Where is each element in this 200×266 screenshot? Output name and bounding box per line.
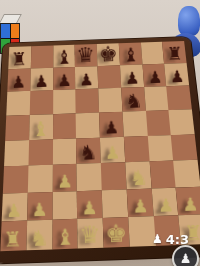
square-c3[interactable]: ♟	[52, 164, 77, 192]
board-perspective-wrap: ♜♝♛♚♝♜♟♟♟♟♟♟♟♞♝♟♞♟♟♞♟♟♟♟♟♟♜♞♝♛♚♜	[0, 0, 200, 266]
black-pawn-e5[interactable]: ♟	[99, 119, 123, 137]
square-h5[interactable]	[169, 109, 195, 135]
square-d1[interactable]: ♛	[77, 218, 103, 248]
black-bishop-c8[interactable]: ♝	[52, 47, 75, 67]
square-d5[interactable]	[76, 113, 100, 139]
square-d8[interactable]: ♛	[75, 44, 98, 67]
square-b2[interactable]: ♟	[27, 192, 52, 221]
square-h4[interactable]	[171, 134, 198, 161]
white-pawn-h2[interactable]: ♟	[178, 196, 200, 215]
white-rook-a1[interactable]: ♜	[0, 229, 26, 251]
white-pawn-icon: ♟	[152, 233, 163, 245]
square-f7[interactable]: ♟	[120, 64, 144, 88]
white-king-e1[interactable]: ♚	[103, 222, 130, 247]
black-pawn-c7[interactable]: ♟	[52, 73, 75, 90]
square-b5[interactable]: ♝	[29, 114, 53, 140]
ar-chess-scene: ♜♝♛♚♝♜♟♟♟♟♟♟♟♞♝♟♞♟♟♞♟♟♟♟♟♟♜♞♝♛♚♜ ♟ 4:3 ♟	[0, 0, 200, 266]
square-h3[interactable]	[173, 160, 200, 188]
square-h2[interactable]: ♟	[176, 187, 200, 216]
square-e4[interactable]: ♟	[100, 136, 125, 163]
square-f3[interactable]: ♞	[125, 161, 151, 189]
square-b1[interactable]: ♞	[26, 220, 52, 250]
square-d4[interactable]: ♞	[76, 137, 101, 164]
square-f2[interactable]: ♟	[126, 188, 153, 217]
square-e1[interactable]: ♚	[103, 217, 130, 247]
white-knight-f3[interactable]: ♞	[126, 167, 151, 189]
square-g7[interactable]: ♟	[142, 64, 166, 88]
black-queen-d8[interactable]: ♛	[74, 45, 97, 66]
square-f5[interactable]	[122, 111, 147, 137]
chess-piece-icon: ♟	[180, 251, 192, 266]
black-pawn-b7[interactable]: ♟	[29, 73, 52, 90]
square-g6[interactable]	[144, 86, 169, 111]
square-d3[interactable]	[77, 163, 102, 191]
black-rook-a8[interactable]: ♜	[8, 50, 31, 69]
square-c8[interactable]: ♝	[53, 45, 75, 68]
black-pawn-g7[interactable]: ♟	[143, 69, 166, 86]
square-e8[interactable]: ♚	[97, 43, 120, 66]
white-pawn-f2[interactable]: ♟	[127, 198, 153, 217]
move-timer: ♟ 4:3	[152, 231, 200, 247]
square-g5[interactable]	[145, 110, 171, 136]
square-e2[interactable]	[102, 189, 128, 218]
white-pawn-e4[interactable]: ♟	[100, 144, 125, 162]
square-e5[interactable]: ♟	[99, 112, 124, 138]
white-pawn-b2[interactable]: ♟	[26, 201, 52, 220]
white-bishop-c1[interactable]: ♝	[51, 226, 78, 249]
white-pawn-c3[interactable]: ♟	[52, 172, 77, 191]
square-a1[interactable]: ♜	[0, 221, 27, 251]
square-f6[interactable]: ♞	[121, 87, 145, 112]
square-g4[interactable]	[147, 135, 173, 162]
square-d6[interactable]	[76, 89, 100, 114]
white-queen-d1[interactable]: ♛	[77, 223, 104, 248]
square-b7[interactable]: ♟	[30, 67, 53, 91]
chess-board-grid: ♜♝♛♚♝♜♟♟♟♟♟♟♟♞♝♟♞♟♟♞♟♟♟♟♟♟♜♞♝♛♚♜	[0, 41, 200, 251]
square-b4[interactable]	[28, 139, 52, 166]
white-pawn-a2[interactable]: ♟	[1, 202, 27, 221]
square-d2[interactable]: ♟	[77, 190, 103, 219]
black-knight-d4[interactable]: ♞	[76, 142, 101, 163]
square-a4[interactable]	[4, 140, 29, 167]
square-a8[interactable]: ♜	[8, 46, 31, 69]
square-c7[interactable]: ♟	[53, 67, 76, 91]
square-a2[interactable]: ♟	[2, 193, 28, 222]
square-a6[interactable]	[6, 91, 30, 116]
black-pawn-d7[interactable]: ♟	[75, 72, 98, 89]
square-e7[interactable]	[97, 65, 121, 89]
square-c1[interactable]: ♝	[52, 219, 78, 249]
square-g2[interactable]: ♟	[151, 187, 178, 216]
square-a3[interactable]	[3, 166, 28, 194]
black-king-e8[interactable]: ♚	[97, 44, 120, 65]
square-h6[interactable]	[166, 86, 191, 111]
square-c6[interactable]	[53, 90, 76, 115]
black-knight-f6[interactable]: ♞	[122, 91, 146, 111]
black-pawn-a7[interactable]: ♟	[7, 74, 30, 91]
square-g3[interactable]	[149, 161, 176, 189]
white-knight-b1[interactable]: ♞	[25, 227, 52, 250]
square-f4[interactable]	[124, 136, 150, 163]
chess-menu-button[interactable]: ♟	[172, 245, 199, 266]
black-bishop-f8[interactable]: ♝	[119, 45, 142, 65]
square-b3[interactable]	[28, 165, 53, 193]
square-h7[interactable]: ♟	[164, 63, 189, 87]
white-bishop-b5[interactable]: ♝	[28, 118, 52, 139]
black-rook-h8[interactable]: ♜	[164, 44, 187, 63]
square-a7[interactable]: ♟	[7, 68, 30, 92]
square-g8[interactable]	[140, 42, 164, 65]
square-c5[interactable]	[53, 113, 77, 139]
square-b6[interactable]	[29, 90, 52, 115]
square-e3[interactable]	[101, 162, 127, 190]
white-pawn-g2[interactable]: ♟	[153, 197, 179, 216]
square-d7[interactable]: ♟	[75, 66, 98, 90]
square-b8[interactable]	[31, 45, 53, 68]
chess-board: ♜♝♛♚♝♜♟♟♟♟♟♟♟♞♝♟♞♟♟♞♟♟♟♟♟♟♜♞♝♛♚♜	[0, 37, 200, 264]
square-e6[interactable]	[98, 88, 122, 113]
black-pawn-f7[interactable]: ♟	[120, 70, 143, 87]
white-pawn-d2[interactable]: ♟	[77, 199, 103, 218]
square-h8[interactable]: ♜	[162, 41, 186, 64]
square-c4[interactable]	[52, 138, 76, 165]
square-f8[interactable]: ♝	[119, 42, 142, 65]
square-a5[interactable]	[5, 115, 29, 141]
square-c2[interactable]	[52, 191, 77, 220]
black-pawn-h7[interactable]: ♟	[166, 69, 189, 86]
